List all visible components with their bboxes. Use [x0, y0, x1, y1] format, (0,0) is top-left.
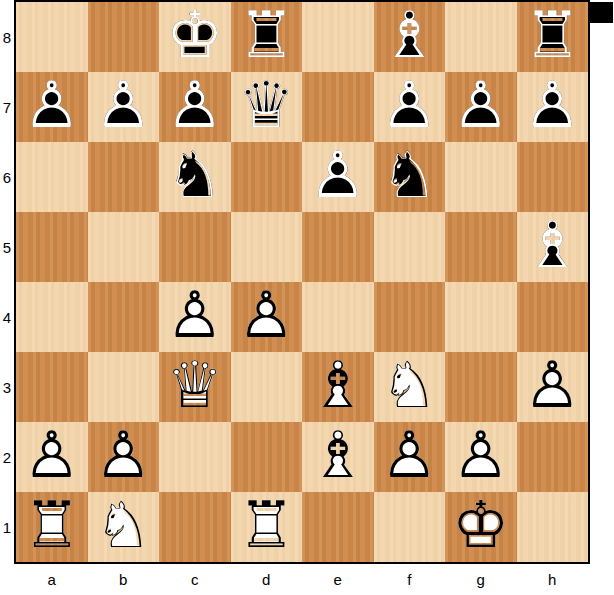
black-pawn: ♟♙	[517, 72, 589, 142]
white-rook: ♜♖	[231, 492, 303, 562]
white-pawn: ♟♙	[159, 282, 231, 352]
file-labels: abcdefgh	[16, 564, 588, 594]
square-f3[interactable]: ♞♘	[374, 352, 446, 422]
square-e2[interactable]: ♝♗	[302, 422, 374, 492]
black-to-move-indicator	[590, 2, 613, 23]
black-rook: ♜♖	[231, 2, 303, 72]
black-rook-glyph: ♜	[517, 2, 589, 70]
rank-labels: 87654321	[0, 2, 14, 562]
square-f2[interactable]: ♟♙	[374, 422, 446, 492]
square-c6[interactable]: ♞♘	[159, 142, 231, 212]
black-knight-detail: ♘	[159, 142, 231, 210]
white-pawn-glyph: ♟	[231, 282, 303, 350]
black-rook-detail: ♖	[231, 2, 303, 70]
square-f6[interactable]: ♞♘	[374, 142, 446, 212]
file-label-g: g	[445, 564, 517, 594]
black-pawn-detail: ♙	[88, 72, 160, 140]
white-pawn-detail: ♙	[231, 282, 303, 350]
black-knight: ♞♘	[159, 142, 231, 212]
white-pawn-glyph: ♟	[159, 282, 231, 350]
square-g8[interactable]	[445, 2, 517, 72]
rank-label-3: 3	[0, 352, 14, 422]
black-knight-glyph: ♞	[159, 142, 231, 210]
rank-label-1: 1	[0, 492, 14, 562]
black-pawn-glyph: ♟	[88, 72, 160, 140]
square-g2[interactable]: ♟♙	[445, 422, 517, 492]
white-pawn-glyph: ♟	[88, 422, 160, 490]
white-bishop-detail: ♗	[302, 352, 374, 420]
black-pawn-detail: ♙	[374, 72, 446, 140]
square-h5[interactable]: ♝♗	[517, 212, 589, 282]
white-knight: ♞♘	[88, 492, 160, 562]
black-bishop: ♝♗	[374, 2, 446, 72]
square-c1[interactable]	[159, 492, 231, 562]
white-bishop: ♝♗	[302, 352, 374, 422]
black-rook-glyph: ♜	[231, 2, 303, 70]
black-pawn-detail: ♙	[302, 142, 374, 210]
black-rook: ♜♖	[517, 2, 589, 72]
square-d5[interactable]	[231, 212, 303, 282]
white-pawn-glyph: ♟	[517, 352, 589, 420]
black-pawn-detail: ♙	[517, 72, 589, 140]
black-pawn: ♟♙	[374, 72, 446, 142]
square-g1[interactable]: ♚♔	[445, 492, 517, 562]
square-e8[interactable]	[302, 2, 374, 72]
square-h2[interactable]	[517, 422, 589, 492]
square-f4[interactable]	[374, 282, 446, 352]
white-king-glyph: ♚	[445, 492, 517, 560]
rank-label-8: 8	[0, 2, 14, 72]
square-g7[interactable]: ♟♙	[445, 72, 517, 142]
black-pawn-glyph: ♟	[159, 72, 231, 140]
white-rook-detail: ♖	[16, 492, 88, 560]
file-label-c: c	[159, 564, 231, 594]
white-knight-glyph: ♞	[374, 352, 446, 420]
white-pawn-detail: ♙	[159, 282, 231, 350]
white-rook-detail: ♖	[231, 492, 303, 560]
black-queen-detail: ♕	[231, 72, 303, 140]
file-label-d: d	[231, 564, 303, 594]
rank-label-7: 7	[0, 72, 14, 142]
white-pawn: ♟♙	[16, 422, 88, 492]
square-d3[interactable]	[231, 352, 303, 422]
square-c2[interactable]	[159, 422, 231, 492]
white-pawn-glyph: ♟	[374, 422, 446, 490]
black-pawn-glyph: ♟	[374, 72, 446, 140]
square-e4[interactable]	[302, 282, 374, 352]
square-d8[interactable]: ♜♖	[231, 2, 303, 72]
black-pawn-glyph: ♟	[517, 72, 589, 140]
black-queen-glyph: ♛	[231, 72, 303, 140]
file-label-h: h	[517, 564, 589, 594]
white-bishop-glyph: ♝	[302, 352, 374, 420]
square-c7[interactable]: ♟♙	[159, 72, 231, 142]
square-h8[interactable]: ♜♖	[517, 2, 589, 72]
black-pawn-detail: ♙	[16, 72, 88, 140]
square-b5[interactable]	[88, 212, 160, 282]
black-bishop-glyph: ♝	[374, 2, 446, 70]
chess-diagram: 87654321 ♚♔♜♖♝♗♜♖♟♙♟♙♟♙♛♕♟♙♟♙♟♙♞♘♟♙♞♘♝♗♟…	[0, 0, 614, 595]
square-a7[interactable]: ♟♙	[16, 72, 88, 142]
square-d7[interactable]: ♛♕	[231, 72, 303, 142]
square-e7[interactable]	[302, 72, 374, 142]
square-h1[interactable]	[517, 492, 589, 562]
black-rook-detail: ♖	[517, 2, 589, 70]
square-b3[interactable]	[88, 352, 160, 422]
square-e6[interactable]: ♟♙	[302, 142, 374, 212]
black-bishop-detail: ♗	[517, 212, 589, 280]
white-pawn-detail: ♙	[445, 422, 517, 490]
black-pawn-glyph: ♟	[445, 72, 517, 140]
square-g3[interactable]	[445, 352, 517, 422]
square-c5[interactable]	[159, 212, 231, 282]
white-bishop-glyph: ♝	[302, 422, 374, 490]
white-pawn: ♟♙	[88, 422, 160, 492]
white-queen: ♛♕	[159, 352, 231, 422]
square-h3[interactable]: ♟♙	[517, 352, 589, 422]
black-king-detail: ♔	[159, 2, 231, 70]
square-a4[interactable]	[16, 282, 88, 352]
square-a2[interactable]: ♟♙	[16, 422, 88, 492]
square-d1[interactable]: ♜♖	[231, 492, 303, 562]
rank-label-6: 6	[0, 142, 14, 212]
rank-label-4: 4	[0, 282, 14, 352]
white-king-detail: ♔	[445, 492, 517, 560]
square-h4[interactable]	[517, 282, 589, 352]
black-bishop-glyph: ♝	[517, 212, 589, 280]
white-pawn-detail: ♙	[374, 422, 446, 490]
square-c8[interactable]: ♚♔	[159, 2, 231, 72]
square-b1[interactable]: ♞♘	[88, 492, 160, 562]
square-a1[interactable]: ♜♖	[16, 492, 88, 562]
white-rook: ♜♖	[16, 492, 88, 562]
white-bishop: ♝♗	[302, 422, 374, 492]
square-f5[interactable]	[374, 212, 446, 282]
black-pawn-glyph: ♟	[16, 72, 88, 140]
square-b2[interactable]: ♟♙	[88, 422, 160, 492]
black-queen: ♛♕	[231, 72, 303, 142]
square-b7[interactable]: ♟♙	[88, 72, 160, 142]
square-b8[interactable]	[88, 2, 160, 72]
white-bishop-detail: ♗	[302, 422, 374, 490]
white-pawn-detail: ♙	[517, 352, 589, 420]
square-b4[interactable]	[88, 282, 160, 352]
rank-label-2: 2	[0, 422, 14, 492]
square-e3[interactable]: ♝♗	[302, 352, 374, 422]
white-pawn: ♟♙	[374, 422, 446, 492]
white-knight-detail: ♘	[374, 352, 446, 420]
black-bishop-detail: ♗	[374, 2, 446, 70]
black-bishop: ♝♗	[517, 212, 589, 282]
white-pawn-glyph: ♟	[16, 422, 88, 490]
rank-label-5: 5	[0, 212, 14, 282]
black-pawn-detail: ♙	[159, 72, 231, 140]
square-f8[interactable]: ♝♗	[374, 2, 446, 72]
square-b6[interactable]	[88, 142, 160, 212]
black-knight-glyph: ♞	[374, 142, 446, 210]
white-knight-detail: ♘	[88, 492, 160, 560]
white-pawn-detail: ♙	[16, 422, 88, 490]
black-pawn-glyph: ♟	[302, 142, 374, 210]
chess-board: ♚♔♜♖♝♗♜♖♟♙♟♙♟♙♛♕♟♙♟♙♟♙♞♘♟♙♞♘♝♗♟♙♟♙♛♕♝♗♞♘…	[14, 0, 590, 564]
square-g4[interactable]	[445, 282, 517, 352]
white-pawn-detail: ♙	[88, 422, 160, 490]
square-h7[interactable]: ♟♙	[517, 72, 589, 142]
square-c3[interactable]: ♛♕	[159, 352, 231, 422]
square-d4[interactable]: ♟♙	[231, 282, 303, 352]
white-knight-glyph: ♞	[88, 492, 160, 560]
white-queen-detail: ♕	[159, 352, 231, 420]
square-a3[interactable]	[16, 352, 88, 422]
black-knight-detail: ♘	[374, 142, 446, 210]
black-knight: ♞♘	[374, 142, 446, 212]
white-rook-glyph: ♜	[231, 492, 303, 560]
square-d6[interactable]	[231, 142, 303, 212]
file-label-f: f	[374, 564, 446, 594]
black-pawn-detail: ♙	[445, 72, 517, 140]
white-king: ♚♔	[445, 492, 517, 562]
black-pawn: ♟♙	[445, 72, 517, 142]
file-label-a: a	[16, 564, 88, 594]
black-pawn: ♟♙	[88, 72, 160, 142]
square-g6[interactable]	[445, 142, 517, 212]
white-knight: ♞♘	[374, 352, 446, 422]
white-pawn: ♟♙	[445, 422, 517, 492]
square-d2[interactable]	[231, 422, 303, 492]
square-f1[interactable]	[374, 492, 446, 562]
black-pawn: ♟♙	[159, 72, 231, 142]
square-a8[interactable]	[16, 2, 88, 72]
square-a5[interactable]	[16, 212, 88, 282]
black-pawn: ♟♙	[302, 142, 374, 212]
black-king-glyph: ♚	[159, 2, 231, 70]
square-g5[interactable]	[445, 212, 517, 282]
file-label-e: e	[302, 564, 374, 594]
white-pawn-glyph: ♟	[445, 422, 517, 490]
file-label-b: b	[88, 564, 160, 594]
square-h6[interactable]	[517, 142, 589, 212]
white-rook-glyph: ♜	[16, 492, 88, 560]
square-f7[interactable]: ♟♙	[374, 72, 446, 142]
square-e5[interactable]	[302, 212, 374, 282]
white-queen-glyph: ♛	[159, 352, 231, 420]
white-pawn: ♟♙	[231, 282, 303, 352]
square-e1[interactable]	[302, 492, 374, 562]
black-king: ♚♔	[159, 2, 231, 72]
black-pawn: ♟♙	[16, 72, 88, 142]
square-a6[interactable]	[16, 142, 88, 212]
square-c4[interactable]: ♟♙	[159, 282, 231, 352]
white-pawn: ♟♙	[517, 352, 589, 422]
